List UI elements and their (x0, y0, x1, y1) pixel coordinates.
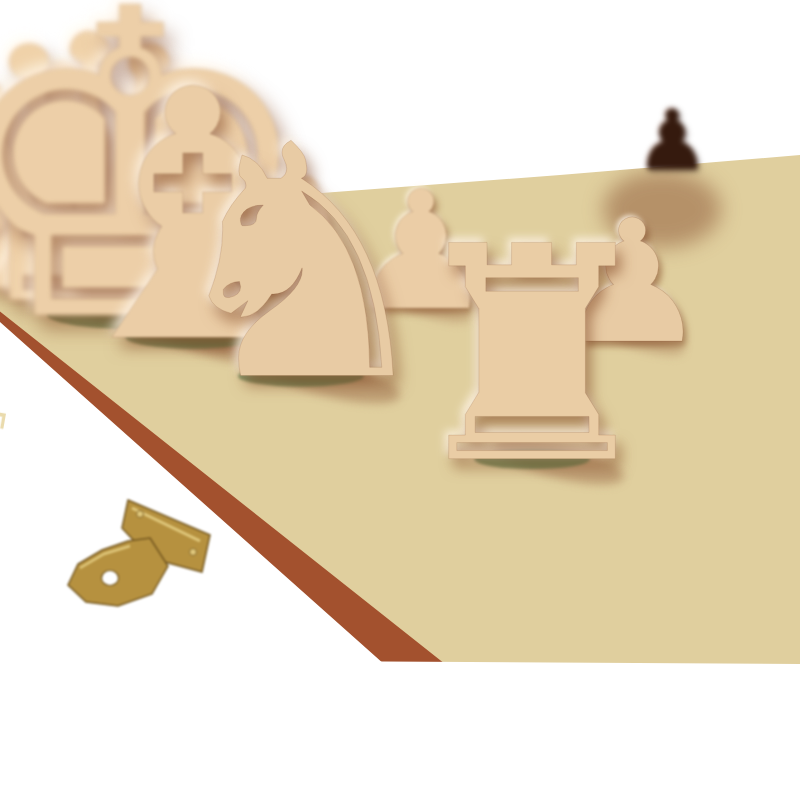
chess-set-photo: ABCDEFGH ♜♞♝♛♚♝♞♜♟♟♟♟♟♟♟♟♟ (0, 0, 800, 800)
piece-black-pawn-g8[interactable]: ♟ (635, 99, 709, 182)
piece-white-rook-h1[interactable]: ♜ (399, 208, 664, 504)
pieces-layer: ♜♞♝♛♚♝♞♜♟♟♟♟♟♟♟♟♟ (0, 0, 800, 800)
